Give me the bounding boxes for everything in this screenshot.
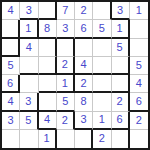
cell-r5c2[interactable] xyxy=(20,75,38,93)
cell-r2c8[interactable] xyxy=(130,20,148,38)
cell-r6c4[interactable]: 5 xyxy=(57,93,75,111)
cell-r5c7[interactable] xyxy=(112,75,130,93)
cell-r8c4[interactable] xyxy=(57,130,75,148)
cell-r5c8[interactable]: 4 xyxy=(130,75,148,93)
cell-r7c3[interactable]: 4 xyxy=(39,112,57,130)
cell-r8c6[interactable]: 2 xyxy=(93,130,111,148)
cell-r1c7[interactable]: 3 xyxy=(112,2,130,20)
cell-r7c4[interactable]: 2 xyxy=(57,112,75,130)
cell-r1c4[interactable]: 7 xyxy=(57,2,75,20)
cell-r3c2[interactable]: 4 xyxy=(20,39,38,57)
cell-r4c4[interactable]: 2 xyxy=(57,57,75,75)
cell-r5c6[interactable] xyxy=(93,75,111,93)
cell-r2c7[interactable]: 1 xyxy=(112,20,130,38)
cell-r8c5[interactable] xyxy=(75,130,93,148)
cell-r5c5[interactable]: 2 xyxy=(75,75,93,93)
cell-r5c1[interactable]: 6 xyxy=(2,75,20,93)
cell-r1c5[interactable]: 2 xyxy=(75,2,93,20)
cell-r1c6[interactable] xyxy=(93,2,111,20)
cell-r7c1[interactable]: 3 xyxy=(2,112,20,130)
cell-r1c2[interactable]: 3 xyxy=(20,2,38,20)
cell-r2c1[interactable] xyxy=(2,20,20,38)
cell-r2c4[interactable]: 3 xyxy=(57,20,75,38)
cell-r2c5[interactable]: 6 xyxy=(75,20,93,38)
ripple-effect-board: 43723118365145524561244358263542316212 xyxy=(0,0,150,150)
cell-r7c8[interactable]: 2 xyxy=(130,112,148,130)
cell-r6c6[interactable] xyxy=(93,93,111,111)
cell-r3c3[interactable] xyxy=(39,39,57,57)
puzzle-grid: 43723118365145524561244358263542316212 xyxy=(2,2,148,148)
cell-r3c6[interactable] xyxy=(93,39,111,57)
cell-r7c7[interactable]: 6 xyxy=(112,112,130,130)
cell-r6c7[interactable]: 2 xyxy=(112,93,130,111)
cell-r6c8[interactable]: 6 xyxy=(130,93,148,111)
cell-r8c8[interactable] xyxy=(130,130,148,148)
cell-r8c7[interactable] xyxy=(112,130,130,148)
cell-r4c2[interactable] xyxy=(20,57,38,75)
cell-r2c2[interactable]: 1 xyxy=(20,20,38,38)
cell-r4c3[interactable] xyxy=(39,57,57,75)
cell-r7c6[interactable]: 1 xyxy=(93,112,111,130)
cell-r1c1[interactable]: 4 xyxy=(2,2,20,20)
cell-r3c8[interactable] xyxy=(130,39,148,57)
cell-r7c2[interactable]: 5 xyxy=(20,112,38,130)
cell-r3c5[interactable] xyxy=(75,39,93,57)
cell-r4c5[interactable]: 4 xyxy=(75,57,93,75)
cell-r7c5[interactable]: 3 xyxy=(75,112,93,130)
cell-r6c3[interactable] xyxy=(39,93,57,111)
cell-r8c3[interactable]: 1 xyxy=(39,130,57,148)
cell-r3c4[interactable] xyxy=(57,39,75,57)
cell-r6c5[interactable]: 8 xyxy=(75,93,93,111)
cell-r5c3[interactable] xyxy=(39,75,57,93)
cell-r6c2[interactable]: 3 xyxy=(20,93,38,111)
cell-r8c2[interactable] xyxy=(20,130,38,148)
cell-r1c3[interactable] xyxy=(39,2,57,20)
cell-r5c4[interactable]: 1 xyxy=(57,75,75,93)
cell-r4c1[interactable]: 5 xyxy=(2,57,20,75)
cell-r8c1[interactable] xyxy=(2,130,20,148)
cell-r2c6[interactable]: 5 xyxy=(93,20,111,38)
cell-r1c8[interactable]: 1 xyxy=(130,2,148,20)
cell-r6c1[interactable]: 4 xyxy=(2,93,20,111)
cell-r3c1[interactable] xyxy=(2,39,20,57)
cell-r4c7[interactable] xyxy=(112,57,130,75)
cell-r3c7[interactable]: 5 xyxy=(112,39,130,57)
cell-r2c3[interactable]: 8 xyxy=(39,20,57,38)
cell-r4c8[interactable]: 5 xyxy=(130,57,148,75)
cell-r4c6[interactable] xyxy=(93,57,111,75)
